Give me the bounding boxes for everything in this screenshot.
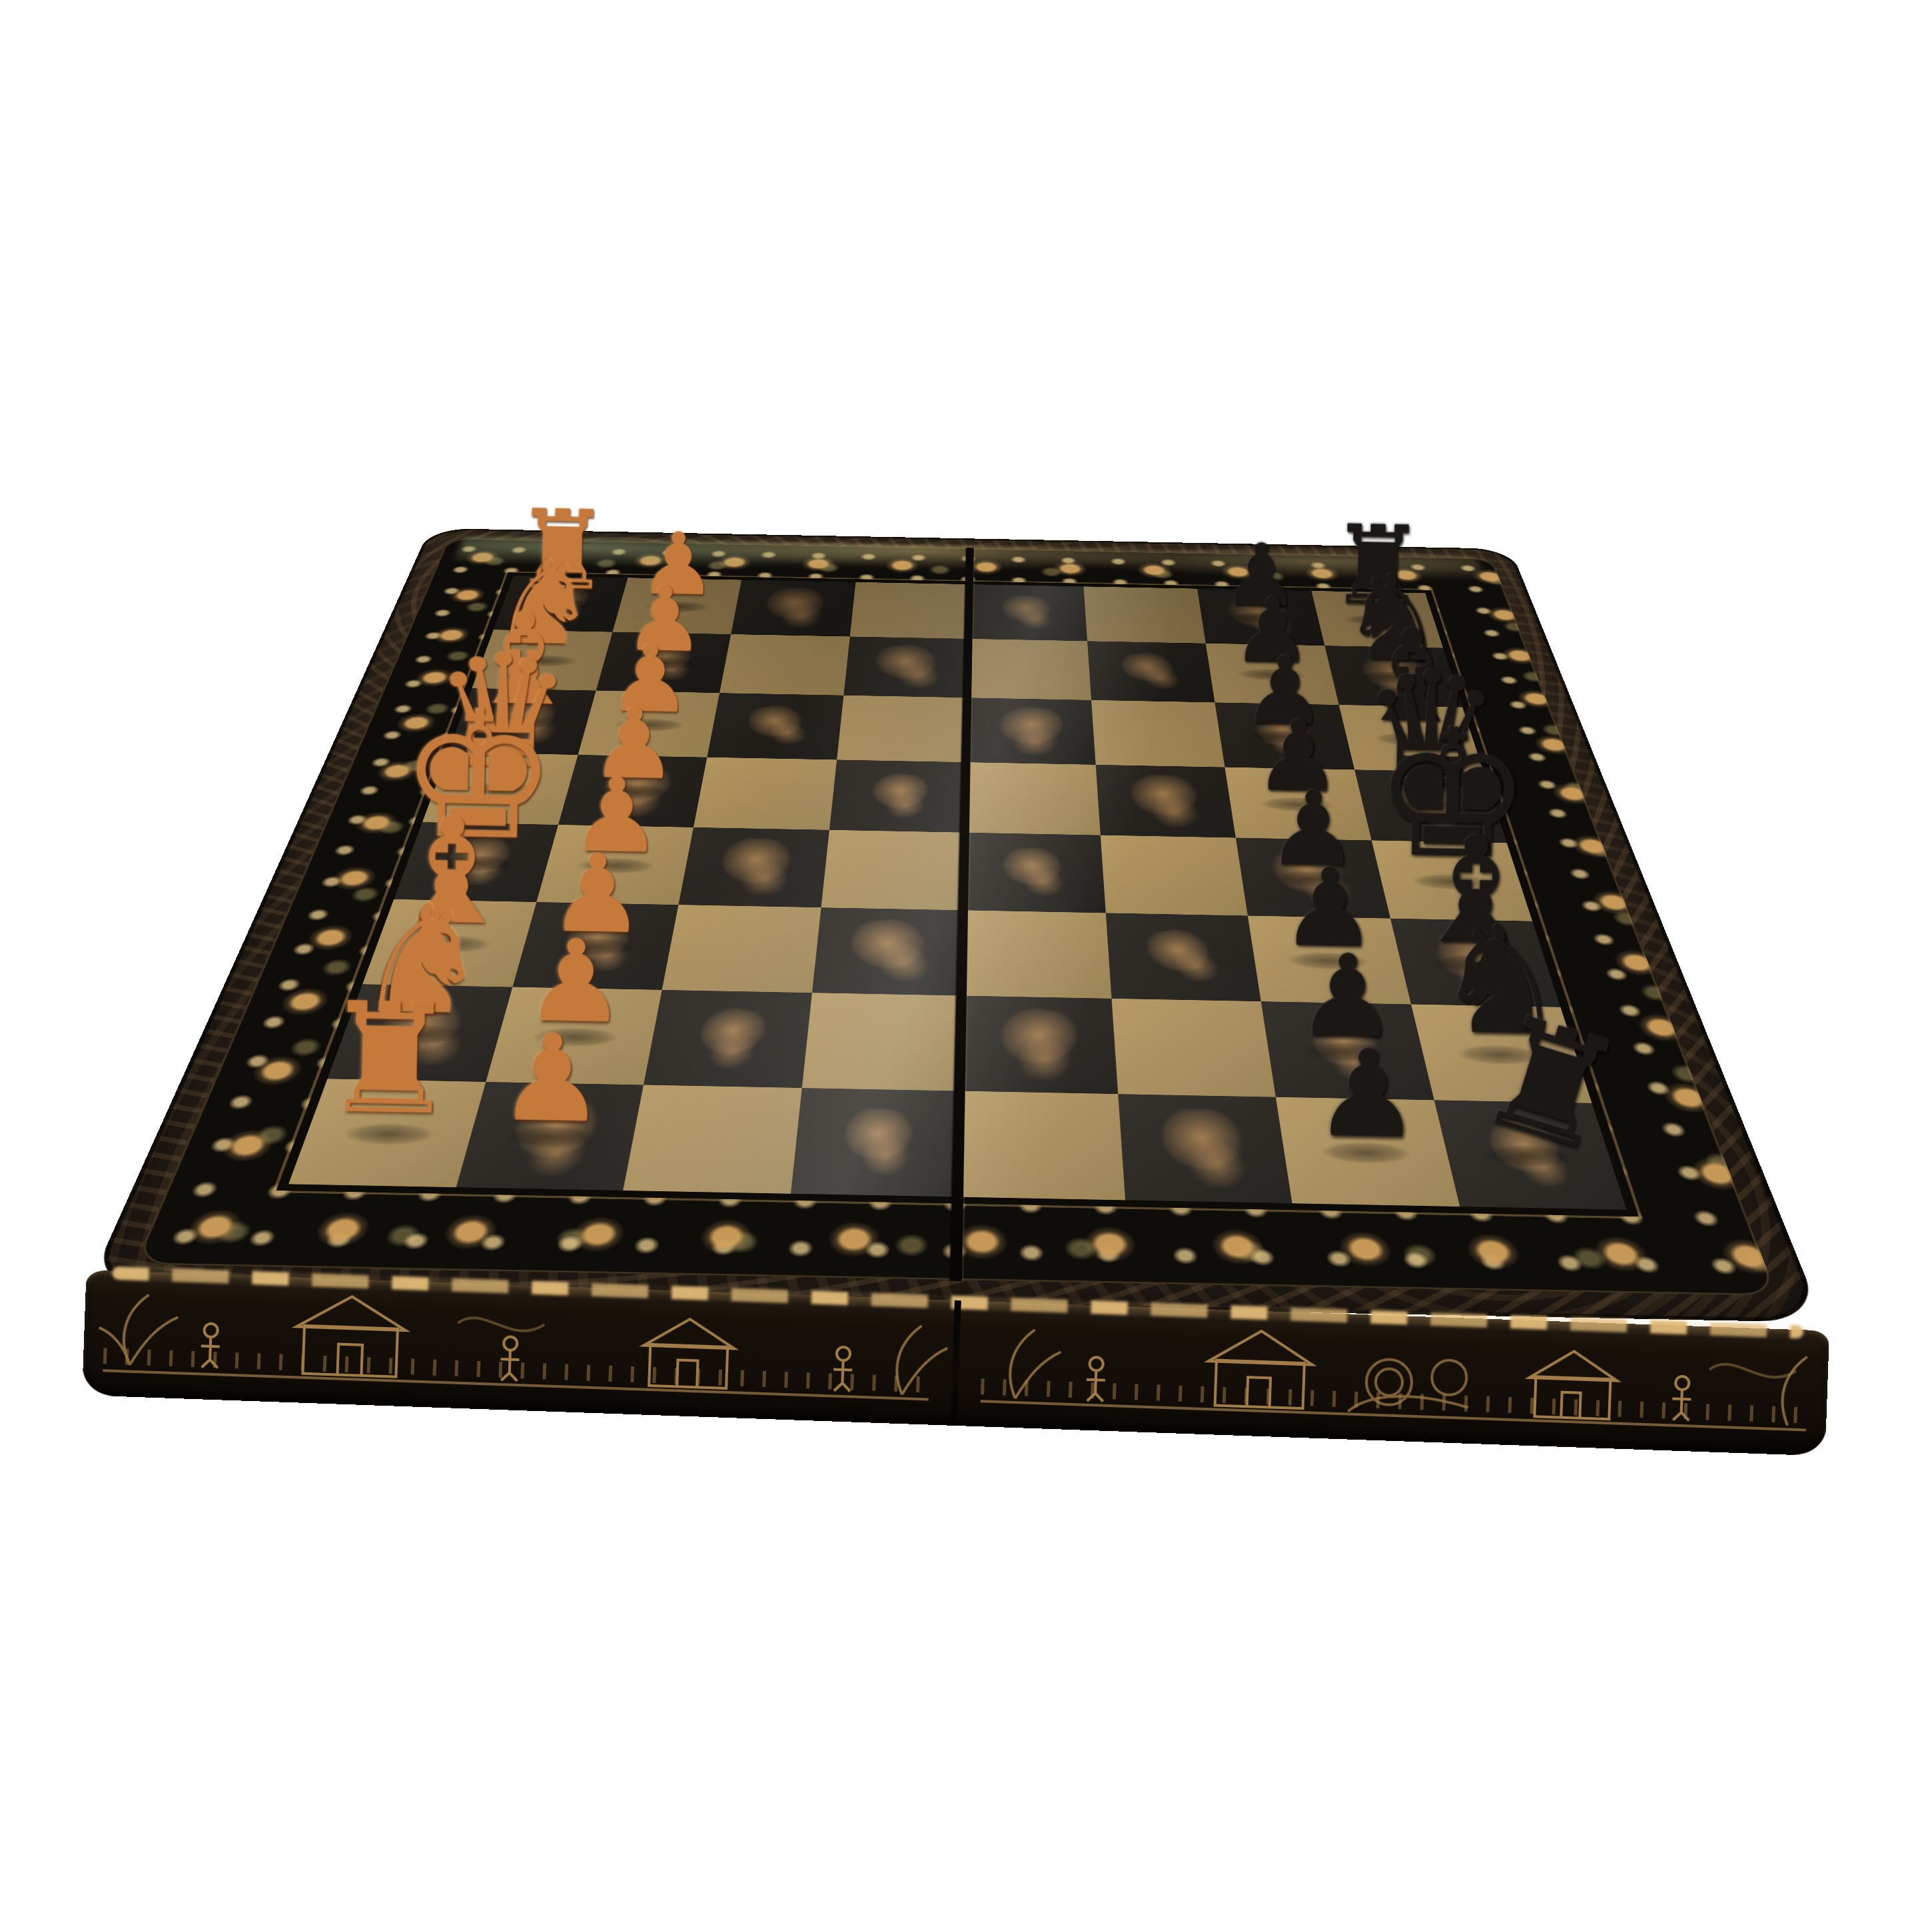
figure-icon xyxy=(1086,1357,1106,1402)
photo-stage: ♜♞♝♛♚♝♞♜♟♟♟♟♟♟♟♟♟♟♟♟♟♟♟♟♜♞♝♛♚♝♞♜ xyxy=(0,0,1932,1932)
pawn-glyph: ♟ xyxy=(497,1017,607,1139)
tree-icon xyxy=(896,1325,948,1396)
tree-icon xyxy=(98,1293,179,1366)
rook-glyph: ♜ xyxy=(320,982,459,1137)
folding-chess-board-box: ♜♞♝♛♚♝♞♜♟♟♟♟♟♟♟♟♟♟♟♟♟♟♟♟♜♞♝♛♚♝♞♜ xyxy=(0,0,1932,1932)
figure-icon xyxy=(833,1347,853,1392)
pawn-glyph: ♟ xyxy=(1312,1033,1422,1155)
pieces-layer: ♜♞♝♛♚♝♞♜♟♟♟♟♟♟♟♟♟♟♟♟♟♟♟♟♜♞♝♛♚♝♞♜ xyxy=(288,575,1627,1209)
figure-icon xyxy=(1672,1376,1691,1421)
figure-icon xyxy=(201,1323,221,1368)
pavilion-icon xyxy=(1528,1350,1618,1420)
foliage-icon xyxy=(1348,1357,1470,1416)
figure-icon xyxy=(500,1336,520,1381)
board-top-face: ♜♞♝♛♚♝♞♜♟♟♟♟♟♟♟♟♟♟♟♟♟♟♟♟♜♞♝♛♚♝♞♜ xyxy=(87,528,1824,1322)
